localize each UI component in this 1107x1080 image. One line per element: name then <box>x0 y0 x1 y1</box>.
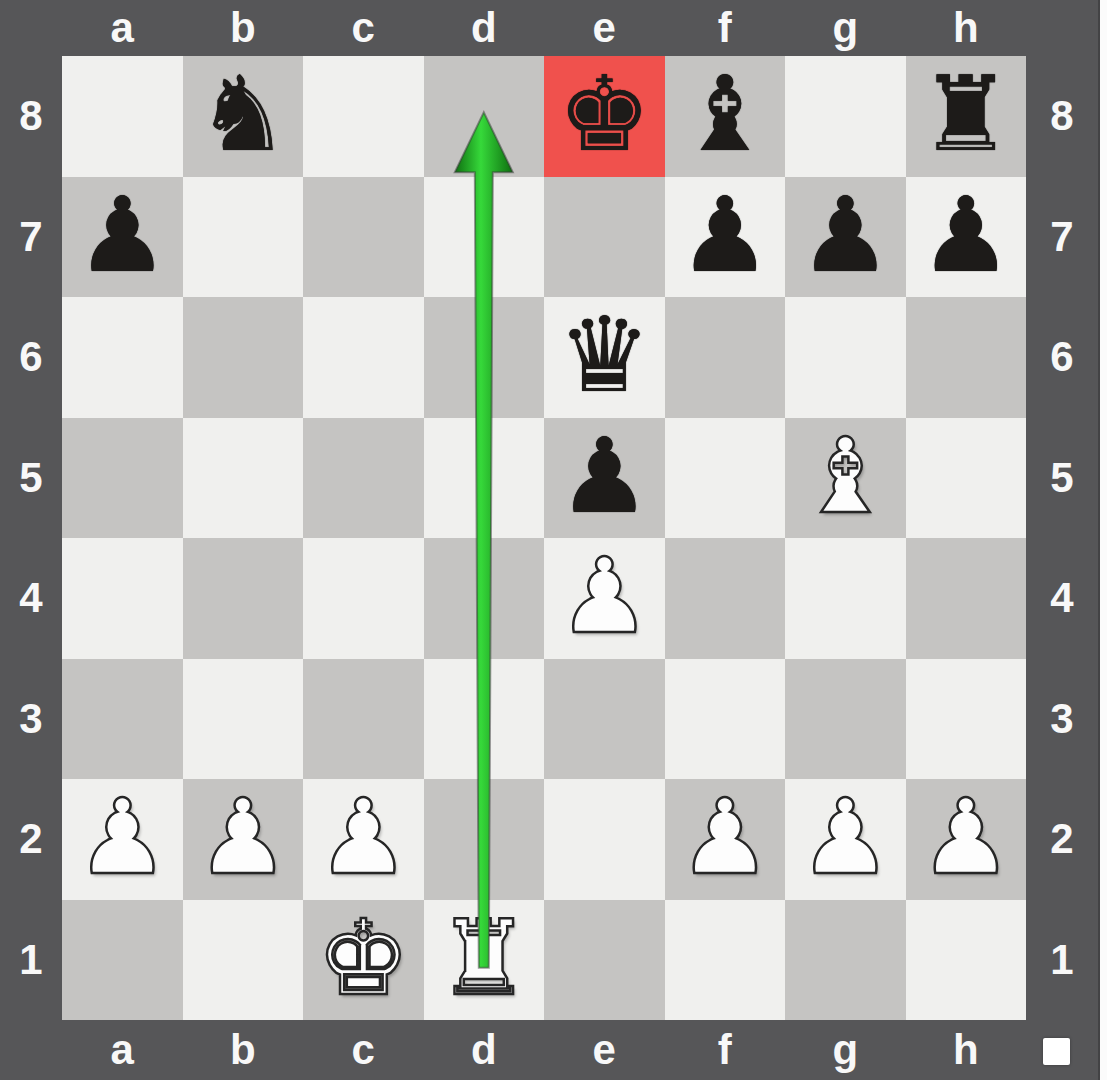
square-h7[interactable]: ♟ <box>906 177 1027 298</box>
square-e6[interactable]: ♛ <box>544 297 665 418</box>
file-label-d: d <box>424 0 545 56</box>
square-h5[interactable] <box>906 418 1027 539</box>
piece-black-king: ♚ <box>558 62 651 166</box>
square-b7[interactable] <box>183 177 304 298</box>
file-label-c: c <box>303 0 424 56</box>
square-c5[interactable] <box>303 418 424 539</box>
square-e5[interactable]: ♟ <box>544 418 665 539</box>
piece-black-pawn: ♟ <box>558 424 651 528</box>
square-a6[interactable] <box>62 297 183 418</box>
square-c7[interactable] <box>303 177 424 298</box>
file-labels-top: abcdefgh <box>62 0 1026 56</box>
white-to-move-indicator <box>1043 1038 1070 1065</box>
square-b3[interactable] <box>183 659 304 780</box>
rank-label-5: 5 <box>1026 418 1098 539</box>
file-label-g: g <box>785 0 906 56</box>
square-f6[interactable] <box>665 297 786 418</box>
square-e7[interactable] <box>544 177 665 298</box>
file-label-d: d <box>424 1020 545 1080</box>
square-a7[interactable]: ♟ <box>62 177 183 298</box>
piece-white-pawn: ♟ <box>196 785 289 889</box>
rank-label-4: 4 <box>1026 538 1098 659</box>
square-d2[interactable] <box>424 779 545 900</box>
piece-white-pawn: ♟ <box>919 785 1012 889</box>
square-d1[interactable]: ♜ <box>424 900 545 1021</box>
square-c6[interactable] <box>303 297 424 418</box>
square-e8[interactable]: ♚ <box>544 56 665 177</box>
square-a8[interactable] <box>62 56 183 177</box>
file-label-c: c <box>303 1020 424 1080</box>
rank-label-3: 3 <box>0 659 62 780</box>
rank-labels-left: 87654321 <box>0 56 62 1020</box>
piece-white-pawn: ♟ <box>317 785 410 889</box>
chess-board-window: abcdefgh abcdefgh 87654321 87654321 ♞♚♝♜… <box>0 0 1107 1080</box>
piece-white-king: ♚ <box>317 906 410 1010</box>
rank-label-3: 3 <box>1026 659 1098 780</box>
rank-label-7: 7 <box>1026 177 1098 298</box>
piece-black-pawn: ♟ <box>76 183 169 287</box>
square-f3[interactable] <box>665 659 786 780</box>
rank-label-5: 5 <box>0 418 62 539</box>
square-c3[interactable] <box>303 659 424 780</box>
chess-board: ♞♚♝♜♟♟♟♟♛♟♝♟♟♟♟♟♟♟♚♜ <box>62 56 1026 1020</box>
square-d5[interactable] <box>424 418 545 539</box>
square-c2[interactable]: ♟ <box>303 779 424 900</box>
square-g4[interactable] <box>785 538 906 659</box>
piece-white-rook: ♜ <box>437 906 530 1010</box>
piece-black-bishop: ♝ <box>678 62 771 166</box>
square-c4[interactable] <box>303 538 424 659</box>
rank-label-6: 6 <box>0 297 62 418</box>
file-label-g: g <box>785 1020 906 1080</box>
square-e1[interactable] <box>544 900 665 1021</box>
square-f1[interactable] <box>665 900 786 1021</box>
square-g2[interactable]: ♟ <box>785 779 906 900</box>
file-label-e: e <box>544 0 665 56</box>
square-h3[interactable] <box>906 659 1027 780</box>
square-b6[interactable] <box>183 297 304 418</box>
rank-label-6: 6 <box>1026 297 1098 418</box>
square-g6[interactable] <box>785 297 906 418</box>
file-label-h: h <box>906 1020 1027 1080</box>
square-b4[interactable] <box>183 538 304 659</box>
piece-black-queen: ♛ <box>558 303 651 407</box>
square-f7[interactable]: ♟ <box>665 177 786 298</box>
rank-label-1: 1 <box>0 900 62 1021</box>
square-h4[interactable] <box>906 538 1027 659</box>
square-a1[interactable] <box>62 900 183 1021</box>
square-c1[interactable]: ♚ <box>303 900 424 1021</box>
square-g8[interactable] <box>785 56 906 177</box>
rank-label-8: 8 <box>0 56 62 177</box>
square-h1[interactable] <box>906 900 1027 1021</box>
square-e3[interactable] <box>544 659 665 780</box>
square-a4[interactable] <box>62 538 183 659</box>
square-a3[interactable] <box>62 659 183 780</box>
square-b2[interactable]: ♟ <box>183 779 304 900</box>
square-e4[interactable]: ♟ <box>544 538 665 659</box>
file-label-f: f <box>665 0 786 56</box>
square-g3[interactable] <box>785 659 906 780</box>
piece-white-pawn: ♟ <box>799 785 892 889</box>
rank-labels-right: 87654321 <box>1026 56 1098 1020</box>
square-b1[interactable] <box>183 900 304 1021</box>
square-d8[interactable] <box>424 56 545 177</box>
square-e2[interactable] <box>544 779 665 900</box>
square-d7[interactable] <box>424 177 545 298</box>
piece-black-knight: ♞ <box>196 62 289 166</box>
square-g7[interactable]: ♟ <box>785 177 906 298</box>
rank-label-2: 2 <box>1026 779 1098 900</box>
file-label-b: b <box>183 1020 304 1080</box>
rank-label-2: 2 <box>0 779 62 900</box>
file-label-e: e <box>544 1020 665 1080</box>
square-f4[interactable] <box>665 538 786 659</box>
piece-white-pawn: ♟ <box>558 544 651 648</box>
square-g1[interactable] <box>785 900 906 1021</box>
file-label-a: a <box>62 1020 183 1080</box>
square-a5[interactable] <box>62 418 183 539</box>
square-a2[interactable]: ♟ <box>62 779 183 900</box>
piece-black-pawn: ♟ <box>799 183 892 287</box>
file-label-a: a <box>62 0 183 56</box>
square-d6[interactable] <box>424 297 545 418</box>
square-f8[interactable]: ♝ <box>665 56 786 177</box>
square-h6[interactable] <box>906 297 1027 418</box>
square-c8[interactable] <box>303 56 424 177</box>
file-labels-bottom: abcdefgh <box>62 1020 1026 1080</box>
file-label-h: h <box>906 0 1027 56</box>
square-h2[interactable]: ♟ <box>906 779 1027 900</box>
rank-label-7: 7 <box>0 177 62 298</box>
square-f5[interactable] <box>665 418 786 539</box>
rank-label-4: 4 <box>0 538 62 659</box>
piece-white-bishop: ♝ <box>799 424 892 528</box>
square-b5[interactable] <box>183 418 304 539</box>
piece-black-rook: ♜ <box>919 62 1012 166</box>
square-g5[interactable]: ♝ <box>785 418 906 539</box>
piece-white-pawn: ♟ <box>76 785 169 889</box>
piece-black-pawn: ♟ <box>919 183 1012 287</box>
square-f2[interactable]: ♟ <box>665 779 786 900</box>
rank-label-1: 1 <box>1026 900 1098 1021</box>
piece-white-pawn: ♟ <box>678 785 771 889</box>
file-label-b: b <box>183 0 304 56</box>
window-edge <box>1098 0 1107 1080</box>
square-h8[interactable]: ♜ <box>906 56 1027 177</box>
square-d3[interactable] <box>424 659 545 780</box>
file-label-f: f <box>665 1020 786 1080</box>
square-d4[interactable] <box>424 538 545 659</box>
rank-label-8: 8 <box>1026 56 1098 177</box>
square-b8[interactable]: ♞ <box>183 56 304 177</box>
piece-black-pawn: ♟ <box>678 183 771 287</box>
